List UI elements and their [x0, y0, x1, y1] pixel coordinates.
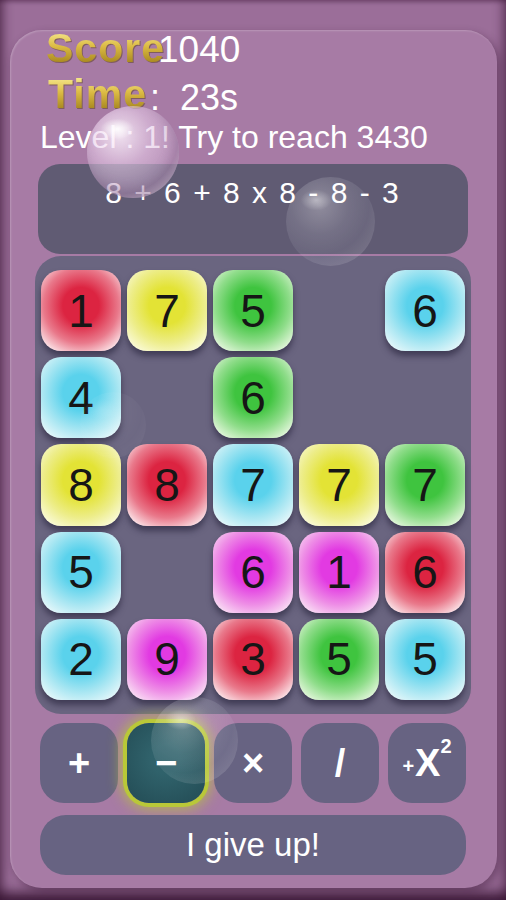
give-up-button[interactable]: I give up! [40, 815, 466, 875]
number-tile-yellow-7[interactable]: 7 [127, 270, 207, 351]
time-label: Time [48, 72, 147, 117]
number-tile-magenta-6[interactable]: 6 [213, 532, 293, 613]
operator-button-plus-square[interactable]: +X2 [388, 723, 466, 803]
level-text: Level : 1! Try to reach 3430 [40, 118, 428, 156]
operator-button-minus[interactable]: − [127, 723, 205, 803]
number-tile-cyan-5[interactable]: 5 [41, 532, 121, 613]
number-tile-cyan-4[interactable]: 4 [41, 357, 121, 438]
operator-button-plus[interactable]: + [40, 723, 118, 803]
number-tile-cyan-5[interactable]: 5 [385, 619, 465, 700]
operator-row: +−×/+X2 [40, 723, 466, 803]
empty-cell [127, 532, 207, 613]
number-tile-red-6[interactable]: 6 [385, 532, 465, 613]
expression-text: 8 + 6 + 8 x 8 - 8 - 3 [105, 176, 400, 210]
number-tile-red-1[interactable]: 1 [41, 270, 121, 351]
number-tile-cyan-6[interactable]: 6 [385, 270, 465, 351]
score-label: Score [46, 26, 165, 71]
game-screen: Score 1040 Time : 23s Level : 1! Try to … [0, 0, 506, 900]
number-tile-red-3[interactable]: 3 [213, 619, 293, 700]
operator-button-multiply[interactable]: × [214, 723, 292, 803]
board-grid: 17564688777561629355 [35, 256, 471, 714]
number-tile-cyan-2[interactable]: 2 [41, 619, 121, 700]
number-tile-green-5[interactable]: 5 [299, 619, 379, 700]
number-tile-green-7[interactable]: 7 [385, 444, 465, 525]
time-value: : 23s [150, 78, 238, 118]
number-tile-magenta-9[interactable]: 9 [127, 619, 207, 700]
main-panel: Score 1040 Time : 23s Level : 1! Try to … [10, 30, 497, 888]
empty-cell [385, 357, 465, 438]
number-tile-green-6[interactable]: 6 [213, 357, 293, 438]
number-tile-cyan-7[interactable]: 7 [213, 444, 293, 525]
number-tile-red-8[interactable]: 8 [127, 444, 207, 525]
empty-cell [299, 357, 379, 438]
empty-cell [299, 270, 379, 351]
number-tile-green-5[interactable]: 5 [213, 270, 293, 351]
expression-panel: 8 + 6 + 8 x 8 - 8 - 3 [38, 164, 468, 254]
number-tile-yellow-7[interactable]: 7 [299, 444, 379, 525]
score-value: 1040 [158, 30, 240, 71]
empty-cell [127, 357, 207, 438]
operator-button-divide[interactable]: / [301, 723, 379, 803]
number-tile-magenta-1[interactable]: 1 [299, 532, 379, 613]
number-tile-yellow-8[interactable]: 8 [41, 444, 121, 525]
